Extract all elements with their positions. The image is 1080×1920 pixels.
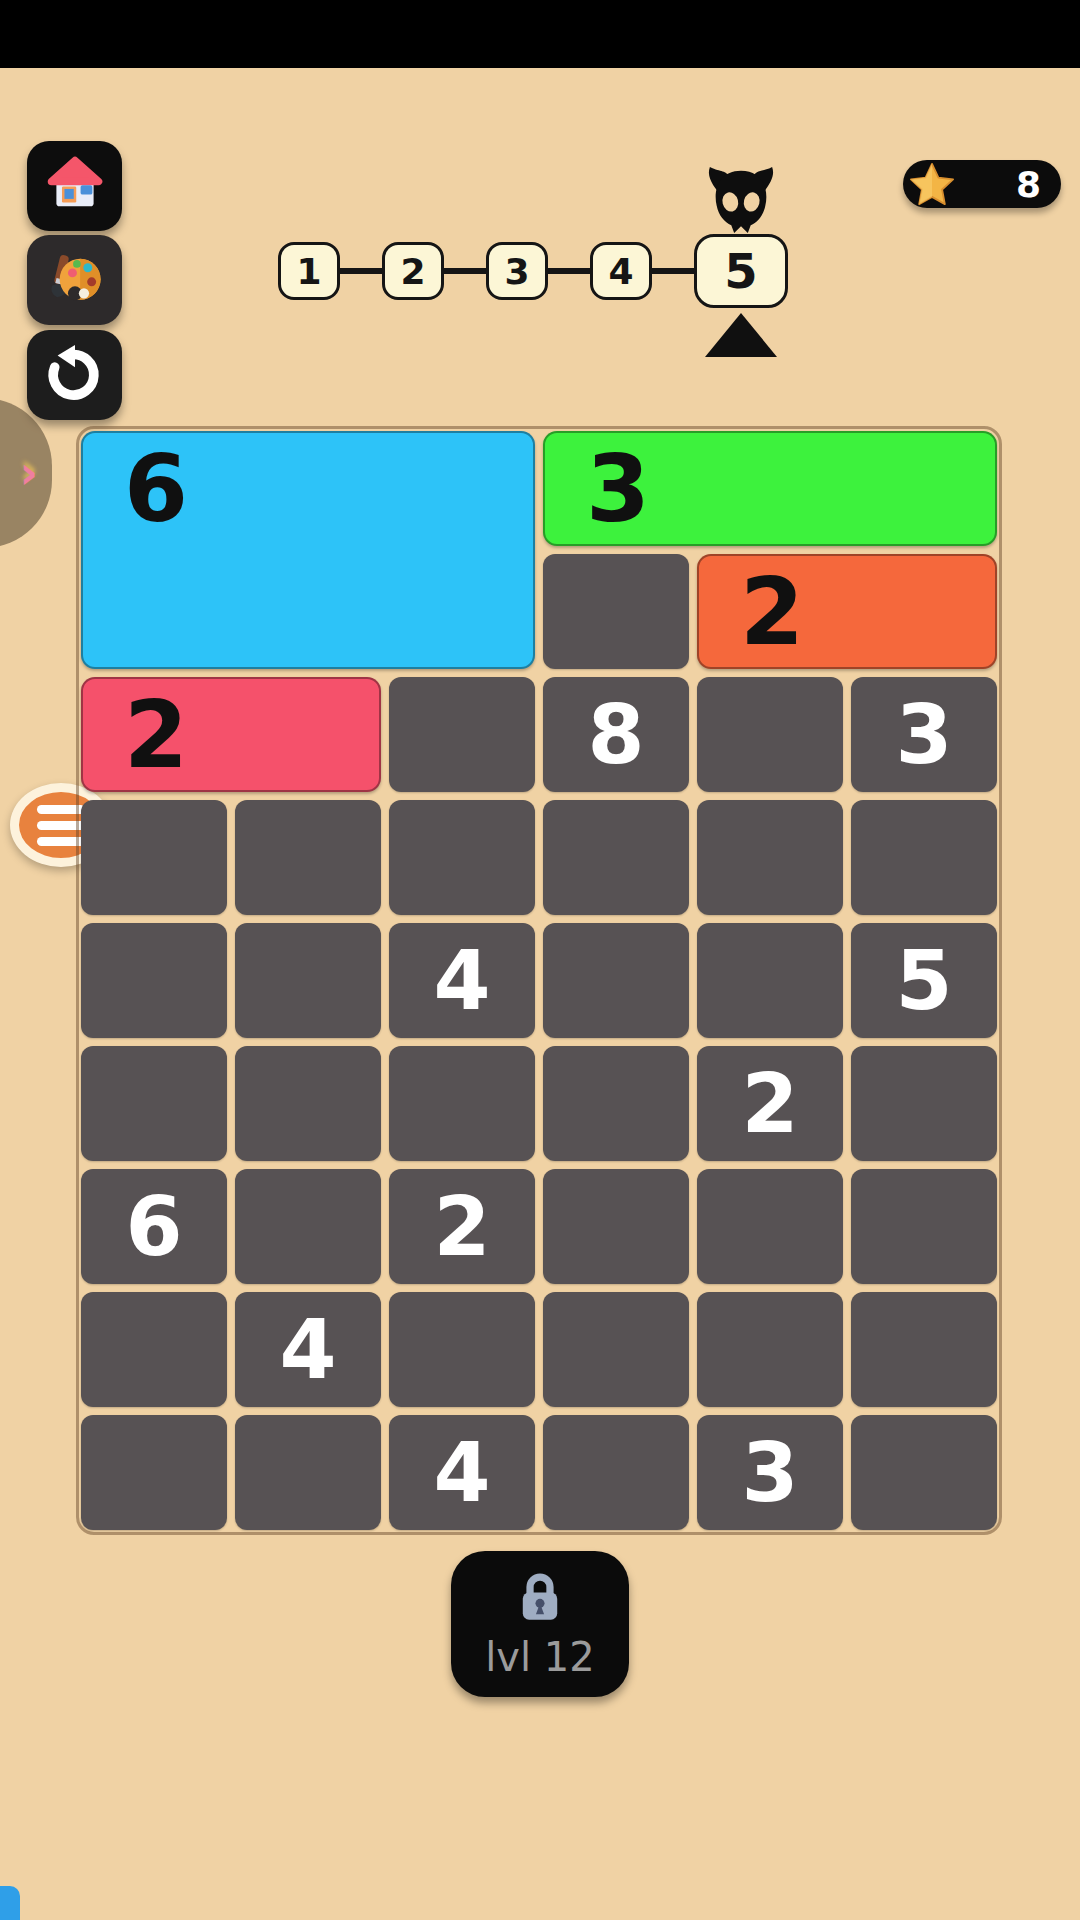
board-slot-r8c3 [389,1292,535,1407]
board-slot-r7c4 [543,1169,689,1284]
board-slot-r2c4 [543,554,689,669]
level-node-3: 3 [486,242,548,300]
board-slot-r4c4 [543,800,689,915]
board-slot-r5c6: 5 [851,923,997,1038]
board-slot-r9c2 [235,1415,381,1530]
level-node-5-current: 5 [694,234,788,308]
board-slot-r3c4: 8 [543,677,689,792]
lock-icon [510,1568,570,1630]
slot-number: 4 [279,1309,336,1391]
board-slot-r8c6 [851,1292,997,1407]
piece-number: 6 [83,433,229,546]
track-connector [444,268,486,274]
level-node-label: 4 [608,251,633,292]
slot-number: 4 [433,940,490,1022]
home-button[interactable] [27,141,122,231]
paint-palette-icon [41,246,109,314]
slot-number: 8 [587,694,644,776]
piece-number: 2 [83,679,229,792]
board-slot-r6c3 [389,1046,535,1161]
undo-button[interactable] [27,330,122,420]
bottom-left-tab [0,1886,20,1920]
board-slot-r5c4 [543,923,689,1038]
slot-number: 2 [433,1186,490,1268]
board-slot-r6c4 [543,1046,689,1161]
level-node-label: 1 [296,251,321,292]
board-slot-r6c6 [851,1046,997,1161]
board-slot-r4c1 [81,800,227,915]
chevron-right-icon: › [20,451,52,495]
board-slot-r4c2 [235,800,381,915]
board-slot-r3c6: 3 [851,677,997,792]
hamburger-icon [37,805,85,814]
level-node-label: 5 [724,243,757,299]
level-track: 1 2 3 4 5 [278,233,788,309]
board-slot-r6c1 [81,1046,227,1161]
board-slot-r9c3: 4 [389,1415,535,1530]
level-node-1: 1 [278,242,340,300]
board-slot-r9c6 [851,1415,997,1530]
house-icon [42,153,108,219]
side-drawer-handle[interactable]: › [0,398,52,548]
status-bar [0,0,1080,68]
slot-number: 3 [741,1432,798,1514]
level-node-4: 4 [590,242,652,300]
green-piece[interactable]: 3 [543,431,997,546]
board-slot-r5c1 [81,923,227,1038]
board-slot-r5c2 [235,923,381,1038]
cyan-piece[interactable]: 6 [81,431,535,669]
level-node-label: 3 [504,251,529,292]
star-icon [909,162,955,206]
slot-number: 6 [125,1186,182,1268]
star-count: 8 [955,164,1061,205]
star-counter: 8 [903,160,1061,208]
board-slot-r6c2 [235,1046,381,1161]
board-slot-r4c5 [697,800,843,915]
board: 83452624436322 [81,431,997,1530]
orange-piece[interactable]: 2 [697,554,997,669]
board-slot-r5c3: 4 [389,923,535,1038]
slot-number: 3 [895,694,952,776]
theme-button[interactable] [27,235,122,325]
board-slot-r8c5 [697,1292,843,1407]
board-slot-r4c6 [851,800,997,915]
board-slot-r3c3 [389,677,535,792]
piece-number: 3 [545,433,691,546]
slot-number: 4 [433,1432,490,1514]
board-slot-r8c4 [543,1292,689,1407]
board-slot-r8c1 [81,1292,227,1407]
board-slot-r7c1: 6 [81,1169,227,1284]
current-level-pointer [705,313,777,357]
board-slot-r7c5 [697,1169,843,1284]
board-slot-r9c4 [543,1415,689,1530]
board-slot-r4c3 [389,800,535,915]
track-connector [652,268,694,274]
slot-number: 5 [895,940,952,1022]
board-slot-r7c2 [235,1169,381,1284]
track-connector [340,268,382,274]
board-slot-r6c5: 2 [697,1046,843,1161]
locked-level-label: lvl 12 [485,1634,595,1680]
pink-piece[interactable]: 2 [81,677,381,792]
board-slot-r3c5 [697,677,843,792]
board-slot-r9c1 [81,1415,227,1530]
board-slot-r8c2: 4 [235,1292,381,1407]
board-slot-r5c5 [697,923,843,1038]
board-slot-r7c3: 2 [389,1169,535,1284]
piece-number: 2 [699,556,845,669]
level-node-label: 2 [400,251,425,292]
board-slot-r7c6 [851,1169,997,1284]
undo-arrow-icon [45,344,105,406]
slot-number: 2 [741,1063,798,1145]
boss-skull-icon [701,165,781,246]
board-slot-r9c5: 3 [697,1415,843,1530]
track-connector [548,268,590,274]
locked-level-button[interactable]: lvl 12 [451,1551,629,1697]
level-node-2: 2 [382,242,444,300]
